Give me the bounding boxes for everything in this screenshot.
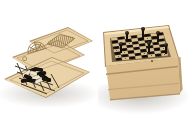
chess-peg <box>164 43 168 54</box>
peg-stick <box>120 45 122 53</box>
chess-peg <box>156 31 160 42</box>
peg-stick <box>126 34 128 42</box>
peg-stick <box>157 34 159 42</box>
chess-peg <box>119 42 123 53</box>
peg-stick <box>142 30 144 38</box>
peg-stick <box>165 46 167 54</box>
chess-peg <box>141 27 145 38</box>
chess-peg <box>125 31 129 42</box>
star-hatch-engraving-icon <box>46 31 76 50</box>
peg-stick <box>148 44 150 52</box>
chess-peg <box>147 41 151 52</box>
arcs-engraving-icon <box>19 40 48 62</box>
product-photo-wooden-game-set <box>0 0 190 120</box>
